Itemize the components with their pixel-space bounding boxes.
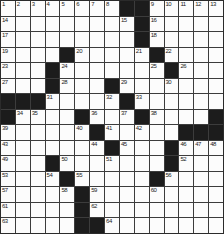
grid-cell[interactable]: 22 bbox=[165, 48, 179, 63]
grid-cell[interactable]: 55 bbox=[75, 172, 89, 187]
grid-cell[interactable] bbox=[209, 94, 223, 109]
grid-cell[interactable] bbox=[135, 141, 149, 156]
grid-cell[interactable] bbox=[60, 125, 74, 140]
grid-cell[interactable]: 10 bbox=[165, 1, 179, 16]
black-cell bbox=[46, 79, 60, 94]
grid-cell[interactable] bbox=[60, 141, 74, 156]
grid-cell[interactable] bbox=[120, 203, 134, 218]
grid-cell[interactable]: 54 bbox=[46, 172, 60, 187]
grid-cell[interactable] bbox=[120, 63, 134, 78]
grid-cell[interactable] bbox=[16, 79, 30, 94]
grid-cell[interactable] bbox=[165, 187, 179, 202]
grid-cell[interactable]: 16 bbox=[150, 17, 164, 32]
clue-number: 46 bbox=[180, 141, 186, 148]
grid-cell[interactable] bbox=[165, 218, 179, 233]
clue-number: 24 bbox=[61, 63, 67, 70]
grid-cell[interactable] bbox=[60, 110, 74, 125]
clue-number: 52 bbox=[180, 156, 186, 163]
clue-number: 1 bbox=[2, 1, 5, 8]
clue-number: 20 bbox=[76, 48, 82, 55]
grid-cell[interactable]: 25 bbox=[150, 63, 164, 78]
grid-cell[interactable] bbox=[209, 218, 223, 233]
grid-cell[interactable] bbox=[16, 17, 30, 32]
grid-cell[interactable]: 13 bbox=[209, 1, 223, 16]
grid-cell[interactable] bbox=[75, 17, 89, 32]
grid-cell[interactable] bbox=[135, 218, 149, 233]
grid-cell[interactable] bbox=[150, 156, 164, 171]
grid-cell[interactable]: 21 bbox=[135, 48, 149, 63]
grid-cell[interactable] bbox=[194, 218, 208, 233]
clue-number: 13 bbox=[210, 1, 216, 8]
clue-number: 50 bbox=[61, 156, 67, 163]
black-cell bbox=[75, 218, 89, 233]
grid-cell[interactable]: 17 bbox=[1, 32, 15, 47]
black-cell bbox=[209, 110, 223, 125]
grid-cell[interactable]: 5 bbox=[60, 1, 74, 16]
grid-cell[interactable]: 60 bbox=[150, 187, 164, 202]
grid-cell[interactable] bbox=[16, 125, 30, 140]
grid-cell[interactable]: 56 bbox=[165, 172, 179, 187]
grid-cell[interactable]: 57 bbox=[1, 187, 15, 202]
clue-number: 3 bbox=[32, 1, 35, 8]
grid-cell[interactable] bbox=[194, 187, 208, 202]
grid-cell[interactable] bbox=[194, 94, 208, 109]
black-cell bbox=[1, 110, 15, 125]
clue-number: 62 bbox=[91, 203, 97, 210]
clue-number: 12 bbox=[195, 1, 201, 8]
clue-number: 58 bbox=[61, 187, 67, 194]
grid-cell[interactable] bbox=[165, 17, 179, 32]
clue-number: 38 bbox=[151, 110, 157, 117]
clue-number: 35 bbox=[32, 110, 38, 117]
grid-cell[interactable]: 51 bbox=[105, 156, 119, 171]
clue-number: 17 bbox=[2, 32, 8, 39]
clue-number: 9 bbox=[151, 1, 154, 8]
grid-cell[interactable] bbox=[16, 187, 30, 202]
grid-cell[interactable] bbox=[209, 203, 223, 218]
black-cell bbox=[135, 32, 149, 47]
grid-cell[interactable] bbox=[165, 110, 179, 125]
clue-number: 6 bbox=[76, 1, 79, 8]
crossword-grid: 1234567891011121314151617181920212223242… bbox=[0, 0, 224, 234]
grid-cell[interactable] bbox=[16, 63, 30, 78]
grid-cell[interactable] bbox=[150, 94, 164, 109]
grid-cell[interactable] bbox=[165, 94, 179, 109]
grid-cell[interactable]: 63 bbox=[1, 218, 15, 233]
grid-cell[interactable] bbox=[179, 94, 193, 109]
grid-cell[interactable] bbox=[16, 172, 30, 187]
clue-number: 21 bbox=[136, 48, 142, 55]
clue-number: 19 bbox=[2, 48, 8, 55]
black-cell bbox=[90, 218, 104, 233]
clue-number: 55 bbox=[76, 172, 82, 179]
grid-cell[interactable] bbox=[46, 125, 60, 140]
grid-cell[interactable] bbox=[194, 17, 208, 32]
clue-number: 49 bbox=[2, 156, 8, 163]
black-cell bbox=[150, 48, 164, 63]
grid-cell[interactable] bbox=[46, 187, 60, 202]
grid-cell[interactable] bbox=[16, 32, 30, 47]
grid-cell[interactable]: 6 bbox=[75, 1, 89, 16]
grid-cell[interactable]: 38 bbox=[150, 110, 164, 125]
grid-cell[interactable]: 62 bbox=[90, 203, 104, 218]
grid-cell[interactable]: 26 bbox=[179, 63, 193, 78]
grid-cell[interactable] bbox=[120, 156, 134, 171]
clue-number: 26 bbox=[180, 63, 186, 70]
grid-cell[interactable] bbox=[46, 17, 60, 32]
clue-number: 29 bbox=[121, 79, 127, 86]
grid-cell[interactable]: 47 bbox=[194, 141, 208, 156]
grid-cell[interactable]: 31 bbox=[46, 94, 60, 109]
grid-cell[interactable] bbox=[60, 32, 74, 47]
clue-number: 25 bbox=[151, 63, 157, 70]
grid-cell[interactable] bbox=[46, 110, 60, 125]
grid-cell[interactable]: 29 bbox=[120, 79, 134, 94]
grid-cell[interactable]: 30 bbox=[165, 79, 179, 94]
grid-cell[interactable] bbox=[179, 48, 193, 63]
grid-cell[interactable]: 7 bbox=[90, 1, 104, 16]
black-cell bbox=[60, 172, 74, 187]
grid-cell[interactable]: 4 bbox=[46, 1, 60, 16]
grid-cell[interactable] bbox=[135, 63, 149, 78]
grid-cell[interactable]: 34 bbox=[16, 110, 30, 125]
clue-number: 23 bbox=[2, 63, 8, 70]
grid-cell[interactable]: 36 bbox=[90, 110, 104, 125]
grid-cell[interactable]: 35 bbox=[31, 110, 45, 125]
grid-cell[interactable] bbox=[46, 48, 60, 63]
clue-number: 39 bbox=[2, 125, 8, 132]
grid-cell[interactable] bbox=[31, 17, 45, 32]
grid-cell[interactable] bbox=[135, 172, 149, 187]
black-cell bbox=[60, 48, 74, 63]
clue-number: 14 bbox=[2, 17, 8, 24]
clue-number: 40 bbox=[76, 125, 82, 132]
grid-cell[interactable] bbox=[165, 203, 179, 218]
grid-cell[interactable] bbox=[31, 48, 45, 63]
grid-cell[interactable] bbox=[105, 172, 119, 187]
black-cell bbox=[1, 94, 15, 109]
grid-cell[interactable] bbox=[150, 79, 164, 94]
grid-cell[interactable] bbox=[16, 203, 30, 218]
grid-cell[interactable] bbox=[120, 218, 134, 233]
clue-number: 31 bbox=[47, 94, 53, 101]
clue-number: 54 bbox=[47, 172, 53, 179]
grid-cell[interactable] bbox=[194, 172, 208, 187]
clue-number: 47 bbox=[195, 141, 201, 148]
grid-cell[interactable]: 41 bbox=[105, 125, 119, 140]
grid-cell[interactable]: 33 bbox=[135, 94, 149, 109]
grid-cell[interactable] bbox=[31, 172, 45, 187]
grid-cell[interactable]: 1 bbox=[1, 1, 15, 16]
grid-cell[interactable]: 11 bbox=[179, 1, 193, 16]
grid-cell[interactable] bbox=[90, 94, 104, 109]
clue-number: 27 bbox=[2, 79, 8, 86]
grid-cell[interactable] bbox=[31, 63, 45, 78]
grid-cell[interactable] bbox=[60, 203, 74, 218]
clue-number: 41 bbox=[106, 125, 112, 132]
clue-number: 42 bbox=[136, 125, 142, 132]
grid-cell[interactable] bbox=[90, 17, 104, 32]
clue-number: 15 bbox=[121, 17, 127, 24]
grid-cell[interactable] bbox=[90, 156, 104, 171]
grid-cell[interactable] bbox=[60, 94, 74, 109]
grid-cell[interactable] bbox=[31, 125, 45, 140]
grid-cell[interactable] bbox=[31, 141, 45, 156]
grid-cell[interactable] bbox=[179, 218, 193, 233]
grid-cell[interactable] bbox=[31, 218, 45, 233]
black-cell bbox=[90, 125, 104, 140]
grid-cell[interactable]: 32 bbox=[105, 94, 119, 109]
clue-number: 45 bbox=[121, 141, 127, 148]
clue-number: 33 bbox=[136, 94, 142, 101]
clue-number: 64 bbox=[106, 218, 112, 225]
grid-cell[interactable] bbox=[75, 79, 89, 94]
grid-cell[interactable] bbox=[31, 156, 45, 171]
grid-cell[interactable] bbox=[105, 187, 119, 202]
black-cell bbox=[135, 1, 149, 16]
clue-number: 56 bbox=[166, 172, 172, 179]
grid-cell[interactable] bbox=[194, 32, 208, 47]
grid-cell[interactable] bbox=[135, 79, 149, 94]
grid-cell[interactable]: 39 bbox=[1, 125, 15, 140]
grid-cell[interactable] bbox=[16, 156, 30, 171]
grid-cell[interactable] bbox=[60, 218, 74, 233]
black-cell bbox=[16, 94, 30, 109]
grid-cell[interactable]: 15 bbox=[120, 17, 134, 32]
grid-cell[interactable]: 12 bbox=[194, 1, 208, 16]
grid-cell[interactable] bbox=[135, 156, 149, 171]
grid-cell[interactable]: 42 bbox=[135, 125, 149, 140]
grid-cell[interactable] bbox=[209, 32, 223, 47]
grid-cell[interactable]: 20 bbox=[75, 48, 89, 63]
grid-cell[interactable] bbox=[90, 32, 104, 47]
clue-number: 63 bbox=[2, 218, 8, 225]
grid-cell[interactable] bbox=[179, 110, 193, 125]
black-cell bbox=[165, 156, 179, 171]
black-cell bbox=[209, 125, 223, 140]
grid-cell[interactable] bbox=[209, 17, 223, 32]
black-cell bbox=[135, 17, 149, 32]
grid-cell[interactable]: 9 bbox=[150, 1, 164, 16]
clue-number: 22 bbox=[166, 48, 172, 55]
clue-number: 57 bbox=[2, 187, 8, 194]
grid-cell[interactable] bbox=[194, 48, 208, 63]
grid-cell[interactable] bbox=[179, 32, 193, 47]
grid-cell[interactable] bbox=[179, 172, 193, 187]
grid-cell[interactable] bbox=[31, 203, 45, 218]
clue-number: 2 bbox=[17, 1, 20, 8]
grid-cell[interactable]: 14 bbox=[1, 17, 15, 32]
clue-number: 34 bbox=[17, 110, 23, 117]
black-cell bbox=[75, 187, 89, 202]
grid-cell[interactable]: 45 bbox=[120, 141, 134, 156]
black-cell bbox=[105, 141, 119, 156]
grid-cell[interactable] bbox=[194, 110, 208, 125]
grid-cell[interactable] bbox=[135, 203, 149, 218]
grid-cell[interactable] bbox=[120, 172, 134, 187]
clue-number: 16 bbox=[151, 17, 157, 24]
grid-cell[interactable]: 46 bbox=[179, 141, 193, 156]
grid-cell[interactable]: 52 bbox=[179, 156, 193, 171]
grid-cell[interactable] bbox=[90, 172, 104, 187]
black-cell bbox=[105, 79, 119, 94]
grid-cell[interactable]: 28 bbox=[60, 79, 74, 94]
grid-cell[interactable] bbox=[179, 187, 193, 202]
clue-number: 61 bbox=[2, 203, 8, 210]
grid-cell[interactable] bbox=[90, 63, 104, 78]
grid-cell[interactable] bbox=[194, 203, 208, 218]
grid-cell[interactable] bbox=[46, 218, 60, 233]
clue-number: 32 bbox=[106, 94, 112, 101]
grid-cell[interactable] bbox=[165, 125, 179, 140]
clue-number: 51 bbox=[106, 156, 112, 163]
grid-cell[interactable] bbox=[179, 203, 193, 218]
black-cell bbox=[46, 63, 60, 78]
grid-cell[interactable] bbox=[105, 203, 119, 218]
clue-number: 5 bbox=[61, 1, 64, 8]
clue-number: 36 bbox=[91, 110, 97, 117]
black-cell bbox=[46, 156, 60, 171]
grid-cell[interactable] bbox=[194, 63, 208, 78]
grid-cell[interactable] bbox=[179, 17, 193, 32]
black-cell bbox=[120, 1, 134, 16]
clue-number: 53 bbox=[2, 172, 8, 179]
grid-cell[interactable] bbox=[150, 203, 164, 218]
grid-cell[interactable]: 23 bbox=[1, 63, 15, 78]
grid-cell[interactable] bbox=[120, 32, 134, 47]
grid-cell[interactable] bbox=[150, 141, 164, 156]
clue-number: 28 bbox=[61, 79, 67, 86]
black-cell bbox=[194, 125, 208, 140]
black-cell bbox=[165, 141, 179, 156]
grid-cell[interactable] bbox=[150, 125, 164, 140]
grid-cell[interactable] bbox=[16, 141, 30, 156]
black-cell bbox=[179, 125, 193, 140]
grid-cell[interactable]: 18 bbox=[150, 32, 164, 47]
black-cell bbox=[31, 94, 45, 109]
grid-cell[interactable] bbox=[135, 187, 149, 202]
grid-cell[interactable] bbox=[194, 79, 208, 94]
clue-number: 4 bbox=[47, 1, 50, 8]
black-cell bbox=[75, 110, 89, 125]
grid-cell[interactable] bbox=[120, 125, 134, 140]
grid-cell[interactable]: 49 bbox=[1, 156, 15, 171]
grid-cell[interactable] bbox=[105, 110, 119, 125]
grid-cell[interactable] bbox=[209, 63, 223, 78]
grid-cell[interactable] bbox=[209, 172, 223, 187]
clue-number: 37 bbox=[121, 110, 127, 117]
grid-cell[interactable] bbox=[150, 218, 164, 233]
grid-cell[interactable] bbox=[90, 48, 104, 63]
clue-number: 59 bbox=[91, 187, 97, 194]
grid-cell[interactable] bbox=[60, 17, 74, 32]
grid-cell[interactable] bbox=[209, 187, 223, 202]
grid-cell[interactable]: 24 bbox=[60, 63, 74, 78]
black-cell bbox=[75, 203, 89, 218]
grid-cell[interactable]: 50 bbox=[60, 156, 74, 171]
grid-cell[interactable] bbox=[120, 48, 134, 63]
clue-number: 7 bbox=[91, 1, 94, 8]
grid-cell[interactable]: 64 bbox=[105, 218, 119, 233]
grid-cell[interactable]: 40 bbox=[75, 125, 89, 140]
grid-cell[interactable]: 44 bbox=[90, 141, 104, 156]
grid-cell[interactable]: 8 bbox=[105, 1, 119, 16]
clue-number: 11 bbox=[180, 1, 185, 8]
grid-cell[interactable] bbox=[75, 94, 89, 109]
clue-number: 30 bbox=[166, 79, 172, 86]
clue-number: 8 bbox=[106, 1, 109, 8]
black-cell bbox=[150, 172, 164, 187]
grid-cell[interactable]: 53 bbox=[1, 172, 15, 187]
clue-number: 43 bbox=[2, 141, 8, 148]
grid-cell[interactable]: 43 bbox=[1, 141, 15, 156]
grid-cell[interactable] bbox=[16, 48, 30, 63]
grid-cell[interactable]: 58 bbox=[60, 187, 74, 202]
black-cell bbox=[165, 63, 179, 78]
grid-cell[interactable] bbox=[120, 187, 134, 202]
grid-cell[interactable]: 59 bbox=[90, 187, 104, 202]
clue-number: 44 bbox=[91, 141, 97, 148]
grid-cell[interactable]: 37 bbox=[120, 110, 134, 125]
grid-cell[interactable] bbox=[105, 48, 119, 63]
grid-cell[interactable] bbox=[179, 79, 193, 94]
grid-cell[interactable]: 2 bbox=[16, 1, 30, 16]
grid-cell[interactable] bbox=[16, 218, 30, 233]
grid-cell[interactable] bbox=[105, 32, 119, 47]
grid-cell[interactable] bbox=[209, 48, 223, 63]
black-cell bbox=[135, 110, 149, 125]
grid-cell[interactable] bbox=[165, 32, 179, 47]
grid-cell[interactable] bbox=[194, 156, 208, 171]
grid-cell[interactable] bbox=[209, 79, 223, 94]
clue-number: 10 bbox=[166, 1, 172, 8]
clue-number: 60 bbox=[151, 187, 157, 194]
grid-cell[interactable]: 19 bbox=[1, 48, 15, 63]
grid-cell[interactable] bbox=[105, 63, 119, 78]
grid-cell[interactable]: 61 bbox=[1, 203, 15, 218]
grid-cell[interactable] bbox=[46, 203, 60, 218]
grid-cell[interactable] bbox=[46, 141, 60, 156]
grid-cell[interactable] bbox=[75, 32, 89, 47]
clue-number: 48 bbox=[210, 141, 216, 148]
grid-cell[interactable] bbox=[46, 32, 60, 47]
grid-cell[interactable] bbox=[90, 79, 104, 94]
grid-cell[interactable]: 27 bbox=[1, 79, 15, 94]
clue-number: 18 bbox=[151, 32, 157, 39]
black-cell bbox=[120, 94, 134, 109]
grid-cell[interactable] bbox=[209, 156, 223, 171]
grid-cell[interactable] bbox=[105, 17, 119, 32]
grid-cell[interactable] bbox=[31, 187, 45, 202]
grid-cell[interactable] bbox=[31, 32, 45, 47]
grid-cell[interactable] bbox=[75, 141, 89, 156]
grid-cell[interactable] bbox=[31, 79, 45, 94]
grid-cell[interactable]: 48 bbox=[209, 141, 223, 156]
grid-cell[interactable]: 3 bbox=[31, 1, 45, 16]
grid-cell[interactable] bbox=[75, 63, 89, 78]
grid-cell[interactable] bbox=[75, 156, 89, 171]
